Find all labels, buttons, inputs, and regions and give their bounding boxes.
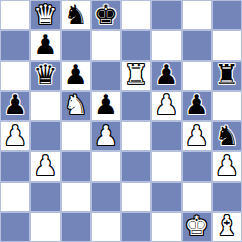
white-pawn[interactable]: ♟	[154, 91, 178, 118]
square-f1[interactable]	[151, 212, 181, 242]
square-d7[interactable]	[91, 30, 121, 60]
square-g7[interactable]	[182, 30, 212, 60]
white-pawn[interactable]: ♟	[3, 122, 27, 149]
square-b2[interactable]	[30, 182, 60, 212]
square-e2[interactable]	[121, 182, 151, 212]
square-b5[interactable]	[30, 91, 60, 121]
white-bishop[interactable]: ♝	[215, 212, 239, 239]
square-h5[interactable]	[212, 91, 242, 121]
square-g3[interactable]	[182, 151, 212, 181]
square-f8[interactable]	[151, 0, 181, 30]
square-c5[interactable]: ♞	[61, 91, 91, 121]
square-a6[interactable]	[0, 61, 30, 91]
square-a5[interactable]: ♟	[0, 91, 30, 121]
black-queen[interactable]: ♛	[33, 61, 57, 88]
white-queen[interactable]: ♛	[33, 1, 57, 28]
square-a1[interactable]	[0, 212, 30, 242]
black-pawn[interactable]: ♟	[33, 31, 57, 58]
black-knight[interactable]: ♞	[215, 122, 239, 149]
square-c4[interactable]	[61, 121, 91, 151]
square-h3[interactable]: ♟	[212, 151, 242, 181]
square-b8[interactable]: ♛	[30, 0, 60, 30]
square-a7[interactable]	[0, 30, 30, 60]
square-c1[interactable]	[61, 212, 91, 242]
square-a8[interactable]	[0, 0, 30, 30]
chess-board: ♛♞♚♟♛♟♜♟♜♟♞♟♟♟♟♟♟♞♟♟♚♝	[0, 0, 242, 242]
square-a4[interactable]: ♟	[0, 121, 30, 151]
white-rook[interactable]: ♜	[124, 61, 148, 88]
white-king[interactable]: ♚	[185, 212, 209, 239]
white-pawn[interactable]: ♟	[215, 152, 239, 179]
black-pawn[interactable]: ♟	[154, 61, 178, 88]
square-c3[interactable]	[61, 151, 91, 181]
square-e6[interactable]: ♜	[121, 61, 151, 91]
square-e5[interactable]	[121, 91, 151, 121]
square-b3[interactable]: ♟	[30, 151, 60, 181]
square-f6[interactable]: ♟	[151, 61, 181, 91]
square-d4[interactable]: ♟	[91, 121, 121, 151]
black-rook[interactable]: ♜	[215, 61, 239, 88]
white-pawn[interactable]: ♟	[185, 122, 209, 149]
square-b1[interactable]	[30, 212, 60, 242]
square-h7[interactable]	[212, 30, 242, 60]
black-pawn[interactable]: ♟	[64, 61, 88, 88]
square-e7[interactable]	[121, 30, 151, 60]
square-a3[interactable]	[0, 151, 30, 181]
square-g4[interactable]: ♟	[182, 121, 212, 151]
square-c8[interactable]: ♞	[61, 0, 91, 30]
square-d2[interactable]	[91, 182, 121, 212]
black-pawn[interactable]: ♟	[185, 91, 209, 118]
square-c2[interactable]	[61, 182, 91, 212]
square-b4[interactable]	[30, 121, 60, 151]
square-h1[interactable]: ♝	[212, 212, 242, 242]
square-h4[interactable]: ♞	[212, 121, 242, 151]
square-d6[interactable]	[91, 61, 121, 91]
square-g6[interactable]	[182, 61, 212, 91]
square-g1[interactable]: ♚	[182, 212, 212, 242]
square-d8[interactable]: ♚	[91, 0, 121, 30]
white-pawn[interactable]: ♟	[33, 152, 57, 179]
square-e1[interactable]	[121, 212, 151, 242]
square-a2[interactable]	[0, 182, 30, 212]
square-c7[interactable]	[61, 30, 91, 60]
square-d5[interactable]: ♟	[91, 91, 121, 121]
black-king[interactable]: ♚	[94, 1, 118, 28]
white-knight[interactable]: ♞	[64, 91, 88, 118]
square-h6[interactable]: ♜	[212, 61, 242, 91]
square-e4[interactable]	[121, 121, 151, 151]
square-h2[interactable]	[212, 182, 242, 212]
square-f7[interactable]	[151, 30, 181, 60]
square-e3[interactable]	[121, 151, 151, 181]
square-g5[interactable]: ♟	[182, 91, 212, 121]
black-knight[interactable]: ♞	[64, 1, 88, 28]
square-f5[interactable]: ♟	[151, 91, 181, 121]
square-b6[interactable]: ♛	[30, 61, 60, 91]
square-g2[interactable]	[182, 182, 212, 212]
square-d1[interactable]	[91, 212, 121, 242]
square-f3[interactable]	[151, 151, 181, 181]
black-pawn[interactable]: ♟	[94, 91, 118, 118]
square-f4[interactable]	[151, 121, 181, 151]
black-pawn[interactable]: ♟	[3, 91, 27, 118]
square-c6[interactable]: ♟	[61, 61, 91, 91]
square-g8[interactable]	[182, 0, 212, 30]
square-e8[interactable]	[121, 0, 151, 30]
square-d3[interactable]	[91, 151, 121, 181]
square-f2[interactable]	[151, 182, 181, 212]
square-b7[interactable]: ♟	[30, 30, 60, 60]
square-h8[interactable]	[212, 0, 242, 30]
white-pawn[interactable]: ♟	[94, 122, 118, 149]
